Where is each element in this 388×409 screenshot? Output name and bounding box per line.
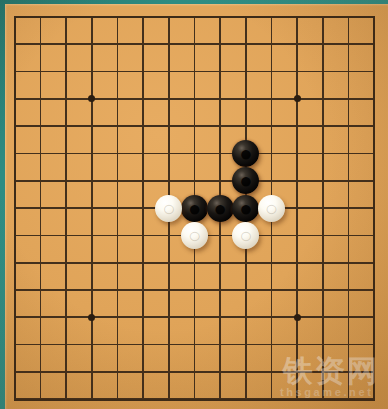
white-stone[interactable]: ○ (181, 222, 208, 249)
watermark-domain: thsgame.net (280, 386, 373, 398)
black-stone[interactable]: ● (181, 195, 208, 222)
white-stone[interactable]: ○ (155, 195, 182, 222)
white-stone[interactable]: ○ (258, 195, 285, 222)
star-point (294, 314, 301, 321)
screenshot-root: ●●●●●○○○○ 铁资网 thsgame.net (0, 0, 388, 409)
black-stone[interactable]: ● (207, 195, 234, 222)
gomoku-board[interactable]: ●●●●●○○○○ (5, 4, 388, 409)
black-stone[interactable]: ● (232, 195, 259, 222)
